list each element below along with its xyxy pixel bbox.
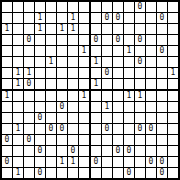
cell-r10-c15[interactable] [157,102,168,113]
cell-r12-c1[interactable] [2,124,13,135]
cell-r9-c1[interactable]: 1 [2,91,13,102]
cell-r10-c4[interactable] [35,102,46,113]
cell-r15-c14[interactable]: 0 [146,157,157,168]
cell-r14-c6[interactable] [57,146,68,157]
cell-r13-c6[interactable] [57,135,68,146]
cell-r16-c7[interactable] [68,168,79,178]
binary-puzzle-board: 0110001111000011011011011011111010100000… [0,0,180,180]
cell-r4-c8[interactable] [79,35,91,46]
cell-r3-c8[interactable] [79,24,91,35]
cell-r16-c13[interactable] [135,168,146,178]
cell-r6-c14[interactable] [146,57,157,68]
cell-r11-c13[interactable] [135,113,146,124]
cell-r5-c9[interactable] [91,46,102,57]
cell-r3-c14[interactable] [146,24,157,35]
cell-r10-c8[interactable] [79,102,91,113]
cell-r1-c7[interactable] [68,2,79,13]
cell-r5-c10[interactable] [102,46,113,57]
cell-r5-c5[interactable] [46,46,57,57]
cell-r15-c6[interactable]: 1 [57,157,68,168]
cell-r8-c1[interactable] [2,79,13,91]
cell-r8-c15[interactable] [157,79,168,91]
cell-r3-c10[interactable] [102,24,113,35]
cell-r7-c16[interactable]: 1 [168,68,178,79]
cell-r13-c5[interactable] [46,135,57,146]
cell-r11-c8[interactable] [79,113,91,124]
cell-r5-c6[interactable] [57,46,68,57]
cell-r16-c4[interactable]: 0 [35,168,46,178]
cell-r7-c10[interactable]: 0 [102,68,113,79]
cell-r4-c12[interactable] [124,35,135,46]
cell-r11-c6[interactable] [57,113,68,124]
cell-r12-c11[interactable] [113,124,124,135]
cell-r7-c4[interactable] [35,68,46,79]
cell-r4-c10[interactable] [102,35,113,46]
cell-r12-c7[interactable] [68,124,79,135]
cell-r15-c12[interactable] [124,157,135,168]
cell-r14-c1[interactable] [2,146,13,157]
cell-r8-c8[interactable] [79,79,91,91]
cell-r15-c13[interactable] [135,157,146,168]
cell-r6-c12[interactable] [124,57,135,68]
cell-r14-c9[interactable] [91,146,102,157]
cell-r9-c9[interactable] [91,91,102,102]
cell-r3-c12[interactable] [124,24,135,35]
cell-r16-c14[interactable] [146,168,157,178]
cell-r3-c1[interactable]: 1 [2,24,13,35]
cell-r12-c2[interactable]: 1 [13,124,24,135]
cell-r5-c4[interactable] [35,46,46,57]
cell-r3-c3[interactable] [24,24,35,35]
cell-r4-c14[interactable] [146,35,157,46]
cell-r1-c12[interactable] [124,2,135,13]
cell-r15-c16[interactable] [168,157,178,168]
cell-r2-c12[interactable] [124,13,135,24]
cell-r6-c4[interactable] [35,57,46,68]
cell-r3-c2[interactable] [13,24,24,35]
cell-r2-c10[interactable]: 0 [102,13,113,24]
cell-r2-c7[interactable]: 1 [68,13,79,24]
cell-r16-c5[interactable] [46,168,57,178]
cell-r2-c2[interactable] [13,13,24,24]
cell-r8-c2[interactable]: 1 [13,79,24,91]
cell-r3-c13[interactable] [135,24,146,35]
cell-r12-c3[interactable] [24,124,35,135]
cell-r16-c8[interactable] [79,168,91,178]
cell-r5-c2[interactable] [13,46,24,57]
cell-r11-c9[interactable] [91,113,102,124]
cell-r10-c6[interactable]: 0 [57,102,68,113]
cell-r12-c5[interactable]: 0 [46,124,57,135]
cell-r8-c6[interactable] [57,79,68,91]
cell-r11-c14[interactable] [146,113,157,124]
cell-r14-c8[interactable] [79,146,91,157]
cell-r1-c16[interactable] [168,2,178,13]
cell-r15-c3[interactable] [24,157,35,168]
cell-r4-c3[interactable]: 0 [24,35,35,46]
cell-r6-c11[interactable] [113,57,124,68]
cell-r11-c4[interactable]: 0 [35,113,46,124]
cell-r2-c11[interactable]: 0 [113,13,124,24]
cell-r10-c10[interactable]: 1 [102,102,113,113]
cell-r7-c8[interactable] [79,68,91,79]
cell-r1-c1[interactable] [2,2,13,13]
cell-r9-c13[interactable]: 1 [135,91,146,102]
cell-r1-c8[interactable] [79,2,91,13]
cell-r3-c16[interactable] [168,24,178,35]
cell-r2-c13[interactable] [135,13,146,24]
cell-r3-c6[interactable]: 1 [57,24,68,35]
cell-r1-c14[interactable] [146,2,157,13]
cell-r7-c15[interactable] [157,68,168,79]
cell-r9-c16[interactable] [168,91,178,102]
cell-r9-c11[interactable] [113,91,124,102]
cell-r2-c16[interactable] [168,13,178,24]
cell-r6-c13[interactable]: 0 [135,57,146,68]
cell-r16-c11[interactable] [113,168,124,178]
cell-r11-c12[interactable] [124,113,135,124]
cell-r5-c3[interactable] [24,46,35,57]
cell-r5-c16[interactable] [168,46,178,57]
cell-r7-c14[interactable] [146,68,157,79]
cell-r13-c12[interactable] [124,135,135,146]
cell-r13-c9[interactable] [91,135,102,146]
cell-r7-c1[interactable] [2,68,13,79]
cell-r7-c11[interactable] [113,68,124,79]
cell-r13-c2[interactable] [13,135,24,146]
cell-r8-c13[interactable] [135,79,146,91]
cell-r16-c12[interactable]: 0 [124,168,135,178]
cell-r16-c1[interactable] [2,168,13,178]
cell-r16-c10[interactable] [102,168,113,178]
cell-r5-c13[interactable] [135,46,146,57]
cell-r11-c5[interactable] [46,113,57,124]
cell-r12-c6[interactable]: 0 [57,124,68,135]
cell-r14-c2[interactable] [13,146,24,157]
cell-r12-c16[interactable] [168,124,178,135]
cell-r10-c16[interactable] [168,102,178,113]
cell-r7-c5[interactable] [46,68,57,79]
cell-r6-c10[interactable] [102,57,113,68]
cell-r9-c14[interactable] [146,91,157,102]
cell-r11-c7[interactable] [68,113,79,124]
cell-r11-c11[interactable] [113,113,124,124]
cell-r5-c12[interactable]: 1 [124,46,135,57]
cell-r3-c9[interactable] [91,24,102,35]
cell-r2-c1[interactable] [2,13,13,24]
cell-r13-c4[interactable] [35,135,46,146]
cell-r14-c13[interactable] [135,146,146,157]
cell-r14-c14[interactable] [146,146,157,157]
cell-r12-c10[interactable]: 0 [102,124,113,135]
cell-r8-c11[interactable] [113,79,124,91]
cell-r3-c11[interactable] [113,24,124,35]
cell-r5-c15[interactable]: 0 [157,46,168,57]
cell-r14-c3[interactable] [24,146,35,157]
cell-r2-c4[interactable]: 1 [35,13,46,24]
cell-r10-c3[interactable] [24,102,35,113]
cell-r15-c5[interactable] [46,157,57,168]
cell-r10-c7[interactable] [68,102,79,113]
cell-r15-c2[interactable] [13,157,24,168]
cell-r8-c10[interactable] [102,79,113,91]
cell-r11-c3[interactable] [24,113,35,124]
cell-r16-c9[interactable] [91,168,102,178]
cell-r2-c14[interactable] [146,13,157,24]
cell-r13-c1[interactable]: 0 [2,135,13,146]
cell-r8-c5[interactable] [46,79,57,91]
cell-r5-c7[interactable] [68,46,79,57]
cell-r8-c3[interactable]: 0 [24,79,35,91]
cell-r6-c8[interactable] [79,57,91,68]
cell-r14-c4[interactable]: 0 [35,146,46,157]
cell-r12-c4[interactable] [35,124,46,135]
cell-r3-c7[interactable]: 1 [68,24,79,35]
cell-r2-c8[interactable] [79,13,91,24]
cell-r3-c4[interactable]: 1 [35,24,46,35]
cell-r14-c10[interactable] [102,146,113,157]
cell-r11-c2[interactable] [13,113,24,124]
cell-r10-c1[interactable] [2,102,13,113]
cell-r4-c6[interactable] [57,35,68,46]
cell-r4-c5[interactable] [46,35,57,46]
cell-r12-c8[interactable] [79,124,91,135]
cell-r2-c3[interactable] [24,13,35,24]
cell-r16-c2[interactable]: 1 [13,168,24,178]
cell-r4-c7[interactable] [68,35,79,46]
cell-r1-c9[interactable] [91,2,102,13]
cell-r6-c1[interactable] [2,57,13,68]
cell-r6-c9[interactable]: 1 [91,57,102,68]
cell-r4-c2[interactable] [13,35,24,46]
cell-r13-c14[interactable] [146,135,157,146]
cell-r6-c5[interactable]: 1 [46,57,57,68]
cell-r4-c11[interactable]: 0 [113,35,124,46]
cell-r16-c16[interactable] [168,168,178,178]
cell-r15-c8[interactable] [79,157,91,168]
cell-r7-c7[interactable] [68,68,79,79]
cell-r11-c10[interactable] [102,113,113,124]
cell-r1-c2[interactable] [13,2,24,13]
cell-r7-c13[interactable] [135,68,146,79]
cell-r10-c12[interactable] [124,102,135,113]
cell-r10-c13[interactable] [135,102,146,113]
cell-r7-c6[interactable] [57,68,68,79]
cell-r15-c9[interactable]: 0 [91,157,102,168]
cell-r8-c16[interactable] [168,79,178,91]
cell-r4-c15[interactable] [157,35,168,46]
cell-r10-c2[interactable] [13,102,24,113]
cell-r14-c7[interactable]: 0 [68,146,79,157]
cell-r4-c13[interactable]: 0 [135,35,146,46]
cell-r6-c15[interactable] [157,57,168,68]
cell-r11-c15[interactable] [157,113,168,124]
cell-r12-c9[interactable] [91,124,102,135]
cell-r6-c2[interactable] [13,57,24,68]
cell-r1-c3[interactable] [24,2,35,13]
cell-r13-c11[interactable] [113,135,124,146]
cell-r8-c7[interactable] [68,79,79,91]
cell-r12-c14[interactable]: 0 [146,124,157,135]
cell-r2-c5[interactable] [46,13,57,24]
cell-r8-c14[interactable] [146,79,157,91]
cell-r13-c15[interactable] [157,135,168,146]
cell-r15-c1[interactable]: 0 [2,157,13,168]
cell-r14-c11[interactable]: 0 [113,146,124,157]
cell-r5-c11[interactable] [113,46,124,57]
cell-r15-c15[interactable]: 0 [157,157,168,168]
cell-r4-c16[interactable] [168,35,178,46]
cell-r1-c11[interactable] [113,2,124,13]
cell-r14-c5[interactable] [46,146,57,157]
cell-r8-c9[interactable]: 1 [91,79,102,91]
cell-r15-c11[interactable] [113,157,124,168]
cell-r6-c6[interactable] [57,57,68,68]
cell-r13-c10[interactable] [102,135,113,146]
cell-r5-c14[interactable] [146,46,157,57]
cell-r16-c15[interactable]: 0 [157,168,168,178]
cell-r4-c1[interactable] [2,35,13,46]
cell-r5-c1[interactable] [2,46,13,57]
cell-r15-c10[interactable] [102,157,113,168]
cell-r9-c12[interactable]: 1 [124,91,135,102]
cell-r11-c16[interactable] [168,113,178,124]
cell-r1-c5[interactable] [46,2,57,13]
cell-r8-c4[interactable] [35,79,46,91]
cell-r11-c1[interactable] [2,113,13,124]
cell-r13-c3[interactable]: 0 [24,135,35,146]
cell-r12-c13[interactable]: 0 [135,124,146,135]
cell-r13-c16[interactable] [168,135,178,146]
cell-r7-c12[interactable] [124,68,135,79]
cell-r8-c12[interactable] [124,79,135,91]
cell-r10-c5[interactable] [46,102,57,113]
cell-r6-c16[interactable] [168,57,178,68]
cell-r6-c7[interactable] [68,57,79,68]
cell-r1-c15[interactable] [157,2,168,13]
cell-r2-c9[interactable] [91,13,102,24]
cell-r9-c5[interactable] [46,91,57,102]
cell-r10-c9[interactable] [91,102,102,113]
cell-r1-c6[interactable] [57,2,68,13]
cell-r5-c8[interactable]: 1 [79,46,91,57]
cell-r15-c7[interactable]: 1 [68,157,79,168]
cell-r1-c13[interactable]: 0 [135,2,146,13]
cell-r4-c9[interactable]: 0 [91,35,102,46]
cell-r1-c4[interactable] [35,2,46,13]
cell-r13-c13[interactable] [135,135,146,146]
cell-r2-c15[interactable]: 0 [157,13,168,24]
cell-r14-c15[interactable] [157,146,168,157]
cell-r13-c7[interactable] [68,135,79,146]
cell-r14-c16[interactable] [168,146,178,157]
cell-r3-c15[interactable] [157,24,168,35]
cell-r7-c2[interactable]: 1 [13,68,24,79]
cell-r15-c4[interactable] [35,157,46,168]
cell-r7-c9[interactable] [91,68,102,79]
cell-r10-c11[interactable] [113,102,124,113]
cell-r9-c10[interactable] [102,91,113,102]
cell-r9-c6[interactable] [57,91,68,102]
cell-r14-c12[interactable]: 0 [124,146,135,157]
cell-r10-c14[interactable] [146,102,157,113]
cell-r6-c3[interactable] [24,57,35,68]
cell-r12-c12[interactable] [124,124,135,135]
cell-r9-c4[interactable] [35,91,46,102]
cell-r16-c3[interactable] [24,168,35,178]
cell-r13-c8[interactable] [79,135,91,146]
cell-r16-c6[interactable] [57,168,68,178]
cell-r9-c8[interactable]: 1 [79,91,91,102]
cell-r7-c3[interactable]: 1 [24,68,35,79]
cell-r3-c5[interactable] [46,24,57,35]
cell-r9-c7[interactable] [68,91,79,102]
cell-r9-c3[interactable] [24,91,35,102]
cell-r12-c15[interactable] [157,124,168,135]
cell-r9-c15[interactable] [157,91,168,102]
cell-r9-c2[interactable] [13,91,24,102]
cell-r1-c10[interactable] [102,2,113,13]
cell-r4-c4[interactable] [35,35,46,46]
cell-r2-c6[interactable] [57,13,68,24]
